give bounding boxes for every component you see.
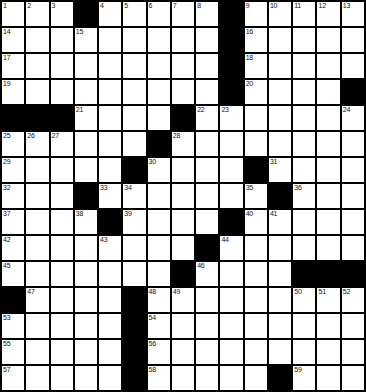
cell-r9c7[interactable] bbox=[172, 236, 194, 260]
cell-r2c3[interactable] bbox=[75, 54, 97, 78]
clue-number-29: 29 bbox=[3, 158, 10, 166]
cell-r12c9[interactable] bbox=[220, 314, 242, 338]
clue-number-9: 9 bbox=[246, 2, 250, 10]
cell-r6c13[interactable] bbox=[317, 158, 339, 182]
cell-r14c2[interactable] bbox=[51, 366, 73, 390]
cell-r4c10[interactable] bbox=[245, 106, 267, 130]
black-square-r13c5 bbox=[123, 340, 145, 364]
cell-r9c14[interactable] bbox=[342, 236, 364, 260]
clue-number-15: 15 bbox=[76, 28, 83, 36]
cell-r11c1[interactable]: 47 bbox=[26, 288, 48, 312]
black-square-r10c13 bbox=[317, 262, 339, 286]
cell-r7c12[interactable]: 36 bbox=[293, 184, 315, 208]
cell-r4c12[interactable] bbox=[293, 106, 315, 130]
black-square-r7c3 bbox=[75, 184, 97, 208]
clue-number-12: 12 bbox=[318, 2, 325, 10]
cell-r4c4[interactable] bbox=[99, 106, 121, 130]
cell-r11c10[interactable] bbox=[245, 288, 267, 312]
cell-r7c6[interactable] bbox=[148, 184, 170, 208]
cell-r8c1[interactable] bbox=[26, 210, 48, 234]
cell-r6c4[interactable] bbox=[99, 158, 121, 182]
cell-r5c13[interactable] bbox=[317, 132, 339, 156]
cell-r8c8[interactable] bbox=[196, 210, 218, 234]
clue-number-32: 32 bbox=[3, 184, 10, 192]
cell-r3c10[interactable]: 20 bbox=[245, 80, 267, 104]
black-square-r1c9 bbox=[220, 28, 242, 52]
cell-r14c4[interactable] bbox=[99, 366, 121, 390]
cell-r0c7[interactable]: 7 bbox=[172, 2, 194, 26]
cell-r8c7[interactable] bbox=[172, 210, 194, 234]
cell-r12c11[interactable] bbox=[269, 314, 291, 338]
clue-number-10: 10 bbox=[270, 2, 277, 10]
cell-r8c11[interactable]: 41 bbox=[269, 210, 291, 234]
cell-r1c1[interactable] bbox=[26, 28, 48, 52]
black-square-r11c0 bbox=[2, 288, 24, 312]
clue-number-3: 3 bbox=[52, 2, 56, 10]
cell-r2c8[interactable] bbox=[196, 54, 218, 78]
black-square-r3c9 bbox=[220, 80, 242, 104]
clue-number-56: 56 bbox=[149, 340, 156, 348]
clue-number-35: 35 bbox=[246, 184, 253, 192]
cell-r10c9[interactable] bbox=[220, 262, 242, 286]
cell-r12c0[interactable]: 53 bbox=[2, 314, 24, 338]
cell-r7c9[interactable] bbox=[220, 184, 242, 208]
cell-r4c13[interactable] bbox=[317, 106, 339, 130]
cell-r5c2[interactable]: 27 bbox=[51, 132, 73, 156]
black-square-r10c12 bbox=[293, 262, 315, 286]
cell-r14c7[interactable] bbox=[172, 366, 194, 390]
cell-r6c2[interactable] bbox=[51, 158, 73, 182]
cell-r9c11[interactable] bbox=[269, 236, 291, 260]
black-square-r4c0 bbox=[2, 106, 24, 130]
cell-r11c14[interactable]: 52 bbox=[342, 288, 364, 312]
cell-r10c3[interactable] bbox=[75, 262, 97, 286]
cell-r8c14[interactable] bbox=[342, 210, 364, 234]
cell-r9c9[interactable]: 44 bbox=[220, 236, 242, 260]
cell-r14c8[interactable] bbox=[196, 366, 218, 390]
clue-number-8: 8 bbox=[197, 2, 201, 10]
clue-number-44: 44 bbox=[221, 236, 228, 244]
clue-number-7: 7 bbox=[173, 2, 177, 10]
cell-r0c14[interactable]: 13 bbox=[342, 2, 364, 26]
cell-r2c11[interactable] bbox=[269, 54, 291, 78]
cell-r2c13[interactable] bbox=[317, 54, 339, 78]
cell-r11c4[interactable] bbox=[99, 288, 121, 312]
cell-r10c10[interactable] bbox=[245, 262, 267, 286]
cell-r1c6[interactable] bbox=[148, 28, 170, 52]
cell-r3c1[interactable] bbox=[26, 80, 48, 104]
cell-r3c7[interactable] bbox=[172, 80, 194, 104]
cell-r5c12[interactable] bbox=[293, 132, 315, 156]
cell-r3c6[interactable] bbox=[148, 80, 170, 104]
cell-r12c6[interactable]: 54 bbox=[148, 314, 170, 338]
black-square-r11c5 bbox=[123, 288, 145, 312]
cell-r2c7[interactable] bbox=[172, 54, 194, 78]
cell-r3c2[interactable] bbox=[51, 80, 73, 104]
cell-r10c2[interactable] bbox=[51, 262, 73, 286]
cell-r13c14[interactable] bbox=[342, 340, 364, 364]
cell-r9c13[interactable] bbox=[317, 236, 339, 260]
clue-number-31: 31 bbox=[270, 158, 277, 166]
clue-number-1: 1 bbox=[3, 2, 7, 10]
clue-number-42: 42 bbox=[3, 236, 10, 244]
cell-r13c13[interactable] bbox=[317, 340, 339, 364]
cell-r3c0[interactable]: 19 bbox=[2, 80, 24, 104]
cell-r12c13[interactable] bbox=[317, 314, 339, 338]
cell-r1c11[interactable] bbox=[269, 28, 291, 52]
black-square-r12c5 bbox=[123, 314, 145, 338]
clue-number-52: 52 bbox=[343, 288, 350, 296]
cell-r4c9[interactable]: 23 bbox=[220, 106, 242, 130]
cell-r2c6[interactable] bbox=[148, 54, 170, 78]
cell-r10c5[interactable] bbox=[123, 262, 145, 286]
black-square-r0c9 bbox=[220, 2, 242, 26]
cell-r13c2[interactable] bbox=[51, 340, 73, 364]
clue-number-50: 50 bbox=[294, 288, 301, 296]
cell-r14c0[interactable]: 57 bbox=[2, 366, 24, 390]
cell-r5c5[interactable] bbox=[123, 132, 145, 156]
clue-number-55: 55 bbox=[3, 340, 10, 348]
cell-r2c4[interactable] bbox=[99, 54, 121, 78]
cell-r5c10[interactable] bbox=[245, 132, 267, 156]
cell-r12c14[interactable] bbox=[342, 314, 364, 338]
clue-number-11: 11 bbox=[294, 2, 301, 10]
black-square-r2c9 bbox=[220, 54, 242, 78]
cell-r3c12[interactable] bbox=[293, 80, 315, 104]
black-square-r8c4 bbox=[99, 210, 121, 234]
clue-number-48: 48 bbox=[149, 288, 156, 296]
cell-r2c2[interactable] bbox=[51, 54, 73, 78]
clue-number-2: 2 bbox=[27, 2, 31, 10]
clue-number-26: 26 bbox=[27, 132, 34, 140]
clue-number-57: 57 bbox=[3, 366, 10, 374]
cell-r1c13[interactable] bbox=[317, 28, 339, 52]
clue-number-14: 14 bbox=[3, 28, 10, 36]
cell-r0c11[interactable]: 10 bbox=[269, 2, 291, 26]
cell-r8c10[interactable]: 40 bbox=[245, 210, 267, 234]
cell-r4c14[interactable]: 24 bbox=[342, 106, 364, 130]
cell-r1c7[interactable] bbox=[172, 28, 194, 52]
cell-r7c5[interactable]: 34 bbox=[123, 184, 145, 208]
cell-r2c12[interactable] bbox=[293, 54, 315, 78]
black-square-r10c14 bbox=[342, 262, 364, 286]
cell-r4c3[interactable]: 21 bbox=[75, 106, 97, 130]
clue-number-47: 47 bbox=[27, 288, 34, 296]
clue-number-43: 43 bbox=[100, 236, 107, 244]
cell-r13c3[interactable] bbox=[75, 340, 97, 364]
cell-r6c12[interactable] bbox=[293, 158, 315, 182]
cell-r11c13[interactable]: 51 bbox=[317, 288, 339, 312]
black-square-r9c8 bbox=[196, 236, 218, 260]
cell-r5c8[interactable] bbox=[196, 132, 218, 156]
cell-r7c10[interactable]: 35 bbox=[245, 184, 267, 208]
cell-r9c5[interactable] bbox=[123, 236, 145, 260]
cell-r0c5[interactable]: 5 bbox=[123, 2, 145, 26]
black-square-r4c7 bbox=[172, 106, 194, 130]
clue-number-49: 49 bbox=[173, 288, 180, 296]
cell-r12c7[interactable] bbox=[172, 314, 194, 338]
cell-r1c10[interactable]: 16 bbox=[245, 28, 267, 52]
cell-r11c12[interactable]: 50 bbox=[293, 288, 315, 312]
cell-r12c8[interactable] bbox=[196, 314, 218, 338]
clue-number-22: 22 bbox=[197, 106, 204, 114]
cell-r6c14[interactable] bbox=[342, 158, 364, 182]
cell-r14c10[interactable] bbox=[245, 366, 267, 390]
black-square-r14c11 bbox=[269, 366, 291, 390]
cell-r4c11[interactable] bbox=[269, 106, 291, 130]
cell-r9c10[interactable] bbox=[245, 236, 267, 260]
clue-number-6: 6 bbox=[149, 2, 153, 10]
cell-r8c5[interactable]: 39 bbox=[123, 210, 145, 234]
cell-r7c14[interactable] bbox=[342, 184, 364, 208]
cell-r11c3[interactable] bbox=[75, 288, 97, 312]
cell-r7c7[interactable] bbox=[172, 184, 194, 208]
cell-r7c8[interactable] bbox=[196, 184, 218, 208]
cell-r13c6[interactable]: 56 bbox=[148, 340, 170, 364]
cell-r7c0[interactable]: 32 bbox=[2, 184, 24, 208]
cell-r1c4[interactable] bbox=[99, 28, 121, 52]
cell-r0c8[interactable]: 8 bbox=[196, 2, 218, 26]
cell-r10c0[interactable]: 45 bbox=[2, 262, 24, 286]
cell-r13c12[interactable] bbox=[293, 340, 315, 364]
clue-number-25: 25 bbox=[3, 132, 10, 140]
cell-r4c5[interactable] bbox=[123, 106, 145, 130]
cell-r10c11[interactable] bbox=[269, 262, 291, 286]
cell-r14c12[interactable]: 59 bbox=[293, 366, 315, 390]
clue-number-33: 33 bbox=[100, 184, 107, 192]
cell-r3c3[interactable] bbox=[75, 80, 97, 104]
clue-number-46: 46 bbox=[197, 262, 204, 270]
cell-r0c12[interactable]: 11 bbox=[293, 2, 315, 26]
cell-r5c11[interactable] bbox=[269, 132, 291, 156]
cell-r14c9[interactable] bbox=[220, 366, 242, 390]
cell-r13c10[interactable] bbox=[245, 340, 267, 364]
clue-number-36: 36 bbox=[294, 184, 301, 192]
cell-r1c3[interactable]: 15 bbox=[75, 28, 97, 52]
cell-r5c3[interactable] bbox=[75, 132, 97, 156]
cell-r1c5[interactable] bbox=[123, 28, 145, 52]
clue-number-23: 23 bbox=[221, 106, 228, 114]
cell-r9c12[interactable] bbox=[293, 236, 315, 260]
cell-r6c6[interactable]: 30 bbox=[148, 158, 170, 182]
clue-number-59: 59 bbox=[294, 366, 301, 374]
cell-r0c6[interactable]: 6 bbox=[148, 2, 170, 26]
cell-r14c6[interactable]: 58 bbox=[148, 366, 170, 390]
black-square-r5c6 bbox=[148, 132, 170, 156]
cell-r10c4[interactable] bbox=[99, 262, 121, 286]
clue-number-4: 4 bbox=[100, 2, 104, 10]
cell-r11c11[interactable] bbox=[269, 288, 291, 312]
clue-number-19: 19 bbox=[3, 80, 10, 88]
cell-r0c13[interactable]: 12 bbox=[317, 2, 339, 26]
black-square-r6c5 bbox=[123, 158, 145, 182]
cell-r13c4[interactable] bbox=[99, 340, 121, 364]
cell-r6c11[interactable]: 31 bbox=[269, 158, 291, 182]
cell-r1c8[interactable] bbox=[196, 28, 218, 52]
cell-r8c13[interactable] bbox=[317, 210, 339, 234]
clue-number-24: 24 bbox=[343, 106, 350, 114]
cell-r12c10[interactable] bbox=[245, 314, 267, 338]
cell-r8c2[interactable] bbox=[51, 210, 73, 234]
cell-r11c6[interactable]: 48 bbox=[148, 288, 170, 312]
clue-number-45: 45 bbox=[3, 262, 10, 270]
cell-r3c5[interactable] bbox=[123, 80, 145, 104]
clue-number-18: 18 bbox=[246, 54, 253, 62]
cell-r7c2[interactable] bbox=[51, 184, 73, 208]
cell-r8c6[interactable] bbox=[148, 210, 170, 234]
clue-number-30: 30 bbox=[149, 158, 156, 166]
clue-number-20: 20 bbox=[246, 80, 253, 88]
clue-number-54: 54 bbox=[149, 314, 156, 322]
clue-number-34: 34 bbox=[124, 184, 131, 192]
cell-r14c3[interactable] bbox=[75, 366, 97, 390]
cell-r6c9[interactable] bbox=[220, 158, 242, 182]
cell-r0c0[interactable]: 1 bbox=[2, 2, 24, 26]
cell-r11c7[interactable]: 49 bbox=[172, 288, 194, 312]
cell-r14c13[interactable] bbox=[317, 366, 339, 390]
cell-r1c2[interactable] bbox=[51, 28, 73, 52]
clue-number-16: 16 bbox=[246, 28, 253, 36]
cell-r6c3[interactable] bbox=[75, 158, 97, 182]
clue-number-21: 21 bbox=[76, 106, 83, 114]
cell-r11c9[interactable] bbox=[220, 288, 242, 312]
black-square-r14c5 bbox=[123, 366, 145, 390]
clue-number-28: 28 bbox=[173, 132, 180, 140]
clue-number-51: 51 bbox=[318, 288, 325, 296]
cell-r10c8[interactable]: 46 bbox=[196, 262, 218, 286]
cell-r9c3[interactable] bbox=[75, 236, 97, 260]
cell-r3c8[interactable] bbox=[196, 80, 218, 104]
cell-r0c1[interactable]: 2 bbox=[26, 2, 48, 26]
cell-r13c7[interactable] bbox=[172, 340, 194, 364]
black-square-r8c9 bbox=[220, 210, 242, 234]
cell-r13c0[interactable]: 55 bbox=[2, 340, 24, 364]
clue-number-39: 39 bbox=[124, 210, 131, 218]
cell-r3c11[interactable] bbox=[269, 80, 291, 104]
cell-r14c1[interactable] bbox=[26, 366, 48, 390]
black-square-r6c10 bbox=[245, 158, 267, 182]
cell-r0c2[interactable]: 3 bbox=[51, 2, 73, 26]
cell-r4c8[interactable]: 22 bbox=[196, 106, 218, 130]
cell-r1c14[interactable] bbox=[342, 28, 364, 52]
cell-r7c13[interactable] bbox=[317, 184, 339, 208]
clue-number-38: 38 bbox=[76, 210, 83, 218]
cell-r5c7[interactable]: 28 bbox=[172, 132, 194, 156]
cell-r13c11[interactable] bbox=[269, 340, 291, 364]
cell-r0c10[interactable]: 9 bbox=[245, 2, 267, 26]
cell-r8c12[interactable] bbox=[293, 210, 315, 234]
cell-r9c4[interactable]: 43 bbox=[99, 236, 121, 260]
cell-r5c9[interactable] bbox=[220, 132, 242, 156]
cell-r3c13[interactable] bbox=[317, 80, 339, 104]
cell-r1c0[interactable]: 14 bbox=[2, 28, 24, 52]
black-square-r0c3 bbox=[75, 2, 97, 26]
black-square-r4c2 bbox=[51, 106, 73, 130]
cell-r12c1[interactable] bbox=[26, 314, 48, 338]
crossword-board: 1234567891011121314151617181920212223242… bbox=[0, 0, 366, 392]
black-square-r7c11 bbox=[269, 184, 291, 208]
clue-number-5: 5 bbox=[124, 2, 128, 10]
cell-r5c14[interactable] bbox=[342, 132, 364, 156]
cell-r1c12[interactable] bbox=[293, 28, 315, 52]
cell-r9c0[interactable]: 42 bbox=[2, 236, 24, 260]
cell-r2c5[interactable] bbox=[123, 54, 145, 78]
cell-r9c1[interactable] bbox=[26, 236, 48, 260]
cell-r7c4[interactable]: 33 bbox=[99, 184, 121, 208]
black-square-r4c1 bbox=[26, 106, 48, 130]
cell-r11c2[interactable] bbox=[51, 288, 73, 312]
cell-r6c1[interactable] bbox=[26, 158, 48, 182]
black-square-r10c7 bbox=[172, 262, 194, 286]
cell-r9c6[interactable] bbox=[148, 236, 170, 260]
cell-r5c1[interactable]: 26 bbox=[26, 132, 48, 156]
cell-r13c1[interactable] bbox=[26, 340, 48, 364]
clue-number-17: 17 bbox=[3, 54, 10, 62]
black-square-r3c14 bbox=[342, 80, 364, 104]
cell-r8c0[interactable]: 37 bbox=[2, 210, 24, 234]
clue-number-13: 13 bbox=[343, 2, 350, 10]
cell-r6c0[interactable]: 29 bbox=[2, 158, 24, 182]
cell-r8c3[interactable]: 38 bbox=[75, 210, 97, 234]
clue-number-40: 40 bbox=[246, 210, 253, 218]
cell-r7c1[interactable] bbox=[26, 184, 48, 208]
crossword-grid: 1234567891011121314151617181920212223242… bbox=[0, 0, 366, 392]
clue-number-27: 27 bbox=[52, 132, 59, 140]
cell-r6c8[interactable] bbox=[196, 158, 218, 182]
cell-r6c7[interactable] bbox=[172, 158, 194, 182]
cell-r2c0[interactable]: 17 bbox=[2, 54, 24, 78]
cell-r12c2[interactable] bbox=[51, 314, 73, 338]
cell-r12c12[interactable] bbox=[293, 314, 315, 338]
clue-number-41: 41 bbox=[270, 210, 277, 218]
cell-r0c4[interactable]: 4 bbox=[99, 2, 121, 26]
cell-r5c4[interactable] bbox=[99, 132, 121, 156]
cell-r11c8[interactable] bbox=[196, 288, 218, 312]
cell-r12c4[interactable] bbox=[99, 314, 121, 338]
cell-r3c4[interactable] bbox=[99, 80, 121, 104]
cell-r2c1[interactable] bbox=[26, 54, 48, 78]
cell-r13c8[interactable] bbox=[196, 340, 218, 364]
cell-r14c14[interactable] bbox=[342, 366, 364, 390]
cell-r4c6[interactable] bbox=[148, 106, 170, 130]
cell-r2c14[interactable] bbox=[342, 54, 364, 78]
clue-number-37: 37 bbox=[3, 210, 10, 218]
cell-r2c10[interactable]: 18 bbox=[245, 54, 267, 78]
cell-r5c0[interactable]: 25 bbox=[2, 132, 24, 156]
cell-r10c6[interactable] bbox=[148, 262, 170, 286]
cell-r12c3[interactable] bbox=[75, 314, 97, 338]
cell-r10c1[interactable] bbox=[26, 262, 48, 286]
clue-number-58: 58 bbox=[149, 366, 156, 374]
cell-r9c2[interactable] bbox=[51, 236, 73, 260]
cell-r13c9[interactable] bbox=[220, 340, 242, 364]
clue-number-53: 53 bbox=[3, 314, 10, 322]
